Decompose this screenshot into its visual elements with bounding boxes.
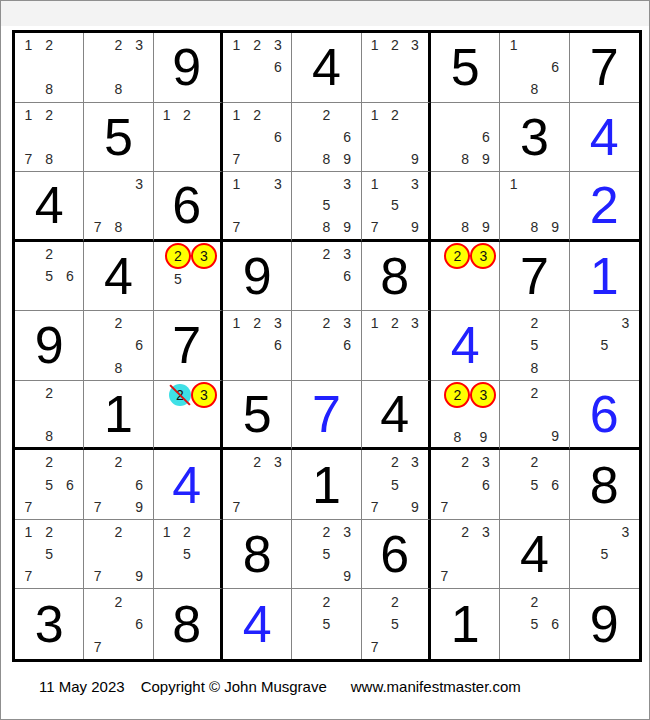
candidate-3: 3	[470, 382, 496, 408]
pencil-marks: 29	[503, 382, 565, 447]
candidate-1: 1	[226, 104, 247, 126]
pencil-marks: 267	[87, 590, 149, 658]
candidate-2: 2	[39, 521, 60, 543]
given-digit: 9	[154, 33, 220, 102]
candidate-5: 5	[39, 474, 60, 496]
cell-r9c6[interactable]: 257	[362, 589, 431, 659]
pencil-marks: 258	[503, 312, 565, 379]
candidate-6: 6	[545, 474, 566, 496]
candidate-6: 6	[545, 613, 566, 636]
candidate-9: 9	[337, 216, 358, 238]
solved-digit: 6	[570, 381, 639, 448]
candidate-8: 8	[524, 78, 545, 100]
cell-r2c4[interactable]: 1267	[223, 103, 292, 173]
cell-r4c8[interactable]: 7	[500, 242, 569, 312]
given-digit: 4	[362, 381, 428, 448]
candidate-1: 1	[226, 173, 247, 195]
cell-r3c9[interactable]: 2	[570, 172, 639, 242]
cell-r4c3[interactable]: 235	[154, 242, 223, 312]
given-digit: 5	[431, 33, 499, 102]
candidate-5: 5	[316, 613, 337, 636]
candidate-8: 8	[39, 78, 60, 100]
candidate-1: 1	[365, 173, 385, 195]
cell-r7c5[interactable]: 1	[292, 450, 361, 520]
pencil-marks: 123	[365, 312, 425, 379]
candidate-7: 7	[365, 635, 385, 658]
cell-r7c9[interactable]: 8	[570, 450, 639, 520]
cell-r6c5[interactable]: 7	[292, 381, 361, 451]
solved-digit: 4	[431, 311, 499, 380]
candidate-3: 3	[337, 173, 358, 195]
candidate-7: 7	[226, 216, 247, 238]
cell-r2c5[interactable]: 2689	[292, 103, 361, 173]
cell-r2c1[interactable]: 1278	[15, 103, 84, 173]
highlight-yellow-circle: 3	[470, 382, 496, 408]
pencil-marks: 23	[434, 243, 496, 310]
cell-r1c9[interactable]: 7	[570, 33, 639, 103]
cell-r8c5[interactable]: 2359	[292, 520, 361, 590]
candidate-5: 5	[316, 195, 337, 217]
candidate-2: 2	[39, 451, 60, 473]
candidate-2: 2	[385, 104, 405, 126]
pencil-marks: 1236	[226, 312, 288, 379]
footer-website: www.manifestmaster.com	[351, 678, 521, 695]
candidate-7: 7	[87, 216, 108, 238]
cell-r8c3[interactable]: 125	[154, 520, 223, 590]
candidate-2: 2	[108, 451, 129, 473]
highlight-cyan-eliminated: 2	[169, 384, 191, 406]
pencil-marks: 236	[295, 312, 357, 379]
candidate-1: 1	[503, 173, 524, 195]
cell-r4c1[interactable]: 256	[15, 242, 84, 312]
given-digit: 4	[15, 172, 83, 239]
candidate-1: 1	[157, 521, 177, 543]
candidate-6: 6	[268, 334, 289, 356]
candidate-6: 6	[337, 265, 358, 287]
cell-r7c3[interactable]: 4	[154, 450, 223, 520]
pencil-marks: 125	[157, 521, 217, 588]
cell-r8c8[interactable]: 4	[500, 520, 569, 590]
candidate-3: 3	[268, 34, 289, 56]
candidate-8: 8	[108, 216, 129, 238]
candidate-3: 3	[405, 451, 425, 473]
footer-date: 11 May 2023	[39, 678, 125, 695]
pencil-marks: 378	[87, 173, 149, 238]
given-digit: 6	[154, 172, 220, 239]
candidate-5: 5	[385, 474, 405, 496]
cell-r2c8[interactable]: 3	[500, 103, 569, 173]
cell-r1c7[interactable]: 5	[431, 33, 500, 103]
cell-r3c7[interactable]: 89	[431, 172, 500, 242]
pencil-marks: 268	[87, 312, 149, 379]
candidate-3: 3	[268, 173, 289, 195]
candidate-1: 1	[18, 34, 39, 56]
solved-digit: 2	[570, 172, 639, 239]
candidate-5: 5	[594, 334, 615, 356]
candidate-3: 3	[337, 312, 358, 334]
pencil-marks: 129	[365, 104, 425, 171]
candidate-8: 8	[455, 148, 476, 170]
pencil-marks: 256	[503, 590, 565, 658]
highlight-yellow-circle: 3	[470, 243, 496, 269]
candidate-6: 6	[337, 126, 358, 148]
candidate-2: 2	[108, 34, 129, 56]
pencil-marks: 189	[503, 173, 565, 238]
cell-r5c8[interactable]: 258	[500, 311, 569, 381]
cell-r3c2[interactable]: 378	[84, 172, 153, 242]
cell-r5c5[interactable]: 236	[292, 311, 361, 381]
given-digit: 8	[154, 589, 220, 659]
pencil-marks: 2367	[434, 451, 496, 518]
candidate-2: 2	[177, 521, 197, 543]
candidate-6: 6	[545, 56, 566, 78]
candidate-5: 5	[39, 265, 60, 287]
candidate-6: 6	[337, 334, 358, 356]
cell-r4c7[interactable]: 23	[431, 242, 500, 312]
candidate-2: 2	[165, 243, 191, 269]
cell-r6c7[interactable]: 2389	[431, 381, 500, 451]
cell-r6c4[interactable]: 5	[223, 381, 292, 451]
candidate-5: 5	[316, 543, 337, 565]
footer: 11 May 2023Copyright © John Musgravewww.…	[39, 678, 521, 695]
candidate-3: 3	[405, 173, 425, 195]
candidate-6: 6	[476, 474, 497, 496]
candidate-2: 2	[316, 590, 337, 613]
candidate-1: 1	[18, 104, 39, 126]
cell-r7c6[interactable]: 23579	[362, 450, 431, 520]
candidate-8: 8	[316, 148, 337, 170]
given-digit: 7	[500, 242, 568, 311]
candidate-8: 8	[524, 357, 545, 379]
candidate-1: 1	[365, 34, 385, 56]
candidate-3: 3	[268, 451, 289, 473]
pencil-marks: 2567	[18, 451, 80, 518]
cell-r9c4[interactable]: 4	[223, 589, 292, 659]
candidate-7: 7	[18, 496, 39, 518]
candidate-1: 1	[503, 34, 524, 56]
given-digit: 9	[570, 589, 639, 659]
candidate-5: 5	[594, 543, 615, 565]
candidate-3: 3	[337, 521, 358, 543]
cell-r4c2[interactable]: 4	[84, 242, 153, 312]
cell-r6c1[interactable]: 28	[15, 381, 84, 451]
cell-r1c2[interactable]: 238	[84, 33, 153, 103]
given-digit: 9	[15, 311, 83, 380]
cell-r4c9[interactable]: 1	[570, 242, 639, 312]
cell-r9c5[interactable]: 25	[292, 589, 361, 659]
pencil-marks: 2689	[295, 104, 357, 171]
candidate-6: 6	[129, 613, 150, 636]
cell-r1c6[interactable]: 123	[362, 33, 431, 103]
candidate-2: 2	[39, 243, 60, 265]
candidate-2: 2	[385, 34, 405, 56]
candidate-2: 2	[177, 104, 197, 126]
cell-r3c3[interactable]: 6	[154, 172, 223, 242]
candidate-1: 1	[365, 104, 385, 126]
cell-r6c8[interactable]: 29	[500, 381, 569, 451]
pencil-marks: 137	[226, 173, 288, 238]
pencil-marks: 23	[157, 382, 217, 447]
candidate-2: 2	[108, 521, 129, 543]
pencil-marks: 257	[365, 590, 425, 658]
given-digit: 1	[292, 450, 360, 519]
candidate-5: 5	[165, 269, 191, 289]
candidate-1: 1	[157, 104, 177, 126]
window-top-strip	[1, 1, 649, 26]
pencil-marks: 25	[295, 590, 357, 658]
candidate-8: 8	[524, 216, 545, 238]
pencil-marks: 237	[226, 451, 288, 518]
cell-r2c7[interactable]: 689	[431, 103, 500, 173]
cell-r5c2[interactable]: 268	[84, 311, 153, 381]
candidate-9: 9	[337, 565, 358, 587]
cell-r1c5[interactable]: 4	[292, 33, 361, 103]
cell-r5c6[interactable]: 123	[362, 311, 431, 381]
candidate-3: 3	[615, 312, 636, 334]
candidate-3: 3	[191, 382, 217, 408]
pencil-marks: 256	[503, 451, 565, 518]
pencil-marks: 12	[157, 104, 217, 171]
candidate-2: 2	[169, 382, 191, 408]
candidate-9: 9	[337, 148, 358, 170]
solved-digit: 7	[292, 381, 360, 448]
pencil-marks: 235	[157, 243, 217, 310]
cell-r8c7[interactable]: 237	[431, 520, 500, 590]
candidate-3: 3	[268, 312, 289, 334]
cell-r6c2[interactable]: 1	[84, 381, 153, 451]
given-digit: 8	[570, 450, 639, 519]
sudoku-board: 1282389123641235168712785121267268912968…	[12, 30, 642, 662]
candidate-8: 8	[455, 216, 476, 238]
cell-r7c1[interactable]: 2567	[15, 450, 84, 520]
candidate-8: 8	[316, 216, 337, 238]
candidate-9: 9	[405, 216, 425, 238]
candidate-7: 7	[226, 496, 247, 518]
candidate-3: 3	[405, 312, 425, 334]
candidate-2: 2	[385, 312, 405, 334]
cell-r8c2[interactable]: 279	[84, 520, 153, 590]
cell-r1c3[interactable]: 9	[154, 33, 223, 103]
candidate-5: 5	[524, 474, 545, 496]
pencil-marks: 128	[18, 34, 80, 101]
given-digit: 6	[362, 520, 428, 589]
cell-r3c8[interactable]: 189	[500, 172, 569, 242]
cell-r6c6[interactable]: 4	[362, 381, 431, 451]
pencil-marks: 1236	[226, 34, 288, 101]
pencil-marks: 256	[18, 243, 80, 310]
cell-r4c6[interactable]: 8	[362, 242, 431, 312]
candidate-3: 3	[476, 521, 497, 543]
candidate-9: 9	[470, 427, 496, 446]
cell-r8c1[interactable]: 1257	[15, 520, 84, 590]
given-digit: 4	[84, 242, 152, 311]
given-digit: 7	[570, 33, 639, 102]
candidate-8: 8	[39, 425, 60, 447]
candidate-6: 6	[60, 265, 81, 287]
given-digit: 1	[84, 381, 152, 448]
pencil-marks: 2359	[295, 521, 357, 588]
solved-digit: 4	[154, 450, 220, 519]
cell-r2c3[interactable]: 12	[154, 103, 223, 173]
candidate-2: 2	[247, 451, 268, 473]
footer-copyright: Copyright © John Musgrave	[141, 678, 327, 695]
cell-r8c4[interactable]: 8	[223, 520, 292, 590]
cell-r4c5[interactable]: 236	[292, 242, 361, 312]
cell-r8c6[interactable]: 6	[362, 520, 431, 590]
given-digit: 8	[362, 242, 428, 311]
candidate-2: 2	[247, 104, 268, 126]
candidate-2: 2	[39, 34, 60, 56]
cell-r7c8[interactable]: 256	[500, 450, 569, 520]
candidate-9: 9	[405, 496, 425, 518]
pencil-marks: 35	[573, 312, 636, 379]
candidate-9: 9	[129, 565, 150, 587]
candidate-7: 7	[434, 565, 455, 587]
highlight-yellow-circle: 2	[165, 243, 191, 269]
pencil-marks: 168	[503, 34, 565, 101]
candidate-7: 7	[18, 565, 39, 587]
given-digit: 3	[15, 589, 83, 659]
candidate-7: 7	[365, 216, 385, 238]
candidate-7: 7	[226, 148, 247, 170]
candidate-2: 2	[524, 312, 545, 334]
cell-r5c4[interactable]: 1236	[223, 311, 292, 381]
pencil-marks: 2679	[87, 451, 149, 518]
candidate-2: 2	[455, 451, 476, 473]
candidate-3: 3	[476, 451, 497, 473]
pencil-marks: 1267	[226, 104, 288, 171]
candidate-6: 6	[268, 126, 289, 148]
candidate-2: 2	[316, 243, 337, 265]
candidate-2: 2	[316, 521, 337, 543]
candidate-3: 3	[129, 34, 150, 56]
candidate-3: 3	[129, 173, 150, 195]
candidate-7: 7	[18, 148, 39, 170]
candidate-7: 7	[87, 635, 108, 658]
pencil-marks: 689	[434, 104, 496, 171]
given-digit: 9	[223, 242, 291, 311]
pencil-marks: 238	[87, 34, 149, 101]
cell-r4c4[interactable]: 9	[223, 242, 292, 312]
cell-r9c2[interactable]: 267	[84, 589, 153, 659]
candidate-2: 2	[524, 451, 545, 473]
cell-r7c2[interactable]: 2679	[84, 450, 153, 520]
given-digit: 8	[223, 520, 291, 589]
cell-r6c3[interactable]: 23	[154, 381, 223, 451]
candidate-2: 2	[247, 312, 268, 334]
pencil-marks: 23579	[365, 451, 425, 518]
candidate-5: 5	[385, 613, 405, 636]
candidate-2: 2	[455, 521, 476, 543]
candidate-2: 2	[524, 382, 545, 404]
pencil-marks: 237	[434, 521, 496, 588]
cell-r7c4[interactable]: 237	[223, 450, 292, 520]
candidate-6: 6	[476, 126, 497, 148]
cell-r5c3[interactable]: 7	[154, 311, 223, 381]
candidate-6: 6	[60, 474, 81, 496]
pencil-marks: 89	[434, 173, 496, 238]
candidate-2: 2	[444, 382, 470, 408]
candidate-2: 2	[39, 382, 60, 404]
highlight-yellow-circle: 2	[444, 382, 470, 408]
pencil-marks: 1278	[18, 104, 80, 171]
cell-r5c7[interactable]: 4	[431, 311, 500, 381]
highlight-yellow-circle: 3	[191, 243, 217, 269]
candidate-2: 2	[444, 243, 470, 269]
candidate-3: 3	[405, 34, 425, 56]
elimination-slash	[169, 384, 190, 405]
cell-r3c1[interactable]: 4	[15, 172, 84, 242]
candidate-2: 2	[316, 104, 337, 126]
candidate-6: 6	[129, 334, 150, 356]
cell-r9c9[interactable]: 9	[570, 589, 639, 659]
pencil-marks: 279	[87, 521, 149, 588]
pencil-marks: 3589	[295, 173, 357, 238]
cell-r8c9[interactable]: 35	[570, 520, 639, 590]
candidate-5: 5	[524, 613, 545, 636]
cell-r1c1[interactable]: 128	[15, 33, 84, 103]
given-digit: 1	[431, 589, 499, 659]
cell-r6c9[interactable]: 6	[570, 381, 639, 451]
candidate-8: 8	[444, 427, 470, 446]
candidate-2: 2	[316, 312, 337, 334]
cell-r9c8[interactable]: 256	[500, 589, 569, 659]
cell-r3c4[interactable]: 137	[223, 172, 292, 242]
page: 1282389123641235168712785121267268912968…	[0, 0, 650, 720]
candidate-5: 5	[385, 195, 405, 217]
candidate-3: 3	[191, 243, 217, 269]
cell-r2c9[interactable]: 4	[570, 103, 639, 173]
cell-r5c1[interactable]: 9	[15, 311, 84, 381]
highlight-yellow-circle: 2	[444, 243, 470, 269]
cell-r9c1[interactable]: 3	[15, 589, 84, 659]
cell-r3c6[interactable]: 13579	[362, 172, 431, 242]
cell-r3c5[interactable]: 3589	[292, 172, 361, 242]
pencil-marks: 1257	[18, 521, 80, 588]
candidate-3: 3	[337, 243, 358, 265]
cell-r1c8[interactable]: 168	[500, 33, 569, 103]
candidate-2: 2	[108, 312, 129, 334]
pencil-marks: 35	[573, 521, 636, 588]
cell-r7c7[interactable]: 2367	[431, 450, 500, 520]
cell-r9c3[interactable]: 8	[154, 589, 223, 659]
candidate-7: 7	[87, 496, 108, 518]
candidate-9: 9	[405, 148, 425, 170]
candidate-1: 1	[226, 34, 247, 56]
pencil-marks: 123	[365, 34, 425, 101]
cell-r5c9[interactable]: 35	[570, 311, 639, 381]
given-digit: 5	[223, 381, 291, 448]
cell-r2c2[interactable]: 5	[84, 103, 153, 173]
candidate-8: 8	[39, 148, 60, 170]
solved-digit: 4	[223, 589, 291, 659]
cell-r1c4[interactable]: 1236	[223, 33, 292, 103]
given-digit: 4	[500, 520, 568, 589]
given-digit: 5	[84, 103, 152, 172]
candidate-2: 2	[385, 451, 405, 473]
candidate-9: 9	[476, 216, 497, 238]
candidate-6: 6	[268, 56, 289, 78]
candidate-7: 7	[434, 496, 455, 518]
candidate-5: 5	[39, 543, 60, 565]
candidate-3: 3	[470, 243, 496, 269]
cell-r9c7[interactable]: 1	[431, 589, 500, 659]
candidate-9: 9	[545, 425, 566, 447]
cell-r2c6[interactable]: 129	[362, 103, 431, 173]
candidate-8: 8	[108, 357, 129, 379]
pencil-marks: 13579	[365, 173, 425, 238]
candidate-2: 2	[39, 104, 60, 126]
